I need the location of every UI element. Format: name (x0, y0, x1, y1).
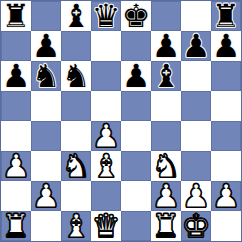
square-h4[interactable] (211, 121, 241, 151)
square-h5[interactable] (211, 91, 241, 121)
piece-white-rook[interactable]: ♜ (152, 211, 181, 241)
square-g7[interactable]: ♟ (181, 31, 211, 61)
piece-white-bishop[interactable]: ♝ (92, 151, 121, 181)
square-e1[interactable] (121, 211, 151, 241)
square-h7[interactable]: ♟ (211, 31, 241, 61)
square-b6[interactable]: ♞ (31, 61, 61, 91)
piece-white-pawn[interactable]: ♟ (2, 151, 31, 181)
piece-white-knight[interactable]: ♞ (62, 151, 91, 181)
piece-black-bishop[interactable]: ♝ (152, 61, 181, 91)
square-h2[interactable]: ♟ (211, 181, 241, 211)
piece-black-rook[interactable]: ♜ (2, 1, 31, 31)
piece-black-knight[interactable]: ♞ (62, 61, 91, 91)
piece-white-pawn[interactable]: ♟ (212, 181, 241, 211)
piece-black-king[interactable]: ♚ (122, 1, 151, 31)
square-g6[interactable] (181, 61, 211, 91)
piece-black-pawn[interactable]: ♟ (182, 31, 211, 61)
square-a8[interactable]: ♜ (1, 1, 31, 31)
square-b2[interactable]: ♟ (31, 181, 61, 211)
square-e3[interactable] (121, 151, 151, 181)
square-a5[interactable] (1, 91, 31, 121)
square-b5[interactable] (31, 91, 61, 121)
piece-white-bishop[interactable]: ♝ (62, 211, 91, 241)
square-c6[interactable]: ♞ (61, 61, 91, 91)
piece-black-queen[interactable]: ♛ (92, 1, 121, 31)
square-b1[interactable] (31, 211, 61, 241)
square-e5[interactable] (121, 91, 151, 121)
piece-black-bishop[interactable]: ♝ (62, 1, 91, 31)
square-d1[interactable]: ♛ (91, 211, 121, 241)
square-f1[interactable]: ♜ (151, 211, 181, 241)
square-d6[interactable] (91, 61, 121, 91)
square-e6[interactable]: ♟ (121, 61, 151, 91)
square-a3[interactable]: ♟ (1, 151, 31, 181)
square-d3[interactable]: ♝ (91, 151, 121, 181)
square-c8[interactable]: ♝ (61, 1, 91, 31)
square-e2[interactable] (121, 181, 151, 211)
square-h6[interactable] (211, 61, 241, 91)
square-b4[interactable] (31, 121, 61, 151)
piece-black-knight[interactable]: ♞ (32, 61, 61, 91)
square-g5[interactable] (181, 91, 211, 121)
piece-black-pawn[interactable]: ♟ (212, 31, 241, 61)
square-d8[interactable]: ♛ (91, 1, 121, 31)
square-f6[interactable]: ♝ (151, 61, 181, 91)
square-g4[interactable] (181, 121, 211, 151)
square-f5[interactable] (151, 91, 181, 121)
piece-white-pawn[interactable]: ♟ (32, 181, 61, 211)
square-h1[interactable] (211, 211, 241, 241)
square-c5[interactable] (61, 91, 91, 121)
square-g1[interactable]: ♚ (181, 211, 211, 241)
square-e8[interactable]: ♚ (121, 1, 151, 31)
piece-white-king[interactable]: ♚ (182, 211, 211, 241)
piece-black-pawn[interactable]: ♟ (122, 61, 151, 91)
piece-white-queen[interactable]: ♛ (92, 211, 121, 241)
chess-board: ♜♝♛♚♜♟♟♟♟♟♞♞♟♝♟♟♞♝♞♟♟♟♟♜♝♛♜♚ (0, 0, 242, 242)
square-e4[interactable] (121, 121, 151, 151)
piece-black-pawn[interactable]: ♟ (2, 61, 31, 91)
square-d7[interactable] (91, 31, 121, 61)
square-c3[interactable]: ♞ (61, 151, 91, 181)
square-c1[interactable]: ♝ (61, 211, 91, 241)
square-a1[interactable]: ♜ (1, 211, 31, 241)
square-a6[interactable]: ♟ (1, 61, 31, 91)
piece-white-rook[interactable]: ♜ (2, 211, 31, 241)
